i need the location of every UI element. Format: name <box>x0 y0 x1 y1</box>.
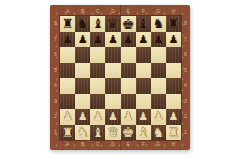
black-pawn-h7[interactable]: ♟ <box>169 33 179 44</box>
white-rook-a1[interactable]: ♜ <box>62 125 74 138</box>
square-f5[interactable] <box>136 63 151 79</box>
square-e3[interactable] <box>121 94 136 110</box>
square-c3[interactable] <box>90 94 105 110</box>
square-d3[interactable] <box>105 94 120 110</box>
black-pawn-b7[interactable]: ♟ <box>78 33 88 44</box>
rank-label-1: 1 <box>182 125 189 141</box>
file-labels-bottom: ABCDEFGH <box>60 140 181 148</box>
file-label-b: B <box>75 7 90 15</box>
square-d5[interactable] <box>105 63 120 79</box>
black-pawn-c7[interactable]: ♟ <box>93 33 103 44</box>
black-bishop-c8[interactable]: ♝ <box>92 17 104 30</box>
rank-label-2: 2 <box>182 109 189 125</box>
white-knight-g1[interactable]: ♞ <box>152 125 164 138</box>
square-h2[interactable]: ♟ <box>166 109 181 125</box>
file-label-h: H <box>166 7 181 15</box>
photo-background: ABCDEFGH ABCDEFGH 87654321 87654321 ♜♞♝♛… <box>0 0 238 159</box>
rank-label-5: 5 <box>182 63 189 79</box>
black-pawn-g7[interactable]: ♟ <box>153 33 163 44</box>
black-knight-g8[interactable]: ♞ <box>152 17 164 30</box>
square-d1[interactable]: ♛ <box>105 125 120 141</box>
rank-labels-left: 87654321 <box>52 16 59 140</box>
square-e6[interactable] <box>121 47 136 63</box>
square-e8[interactable]: ♚ <box>121 16 136 32</box>
square-c2[interactable]: ♟ <box>90 109 105 125</box>
square-f2[interactable]: ♟ <box>136 109 151 125</box>
file-label-e: E <box>121 7 136 15</box>
file-label-b: B <box>75 140 90 148</box>
square-g3[interactable] <box>151 94 166 110</box>
black-pawn-d7[interactable]: ♟ <box>108 33 118 44</box>
file-label-f: F <box>136 7 151 15</box>
square-b3[interactable] <box>75 94 90 110</box>
square-a2[interactable]: ♟ <box>60 109 75 125</box>
square-g8[interactable]: ♞ <box>151 16 166 32</box>
square-d4[interactable] <box>105 78 120 94</box>
rank-label-2: 2 <box>52 109 59 125</box>
white-bishop-f1[interactable]: ♝ <box>137 125 149 138</box>
square-e5[interactable] <box>121 63 136 79</box>
square-g1[interactable]: ♞ <box>151 125 166 141</box>
white-pawn-h2[interactable]: ♟ <box>169 111 179 122</box>
rank-label-1: 1 <box>52 125 59 141</box>
chess-board-squares: ♜♞♝♛♚♝♞♜♟♟♟♟♟♟♟♟♟♟♟♟♟♟♟♟♜♞♝♛♚♝♞♜ <box>60 16 181 140</box>
rank-label-8: 8 <box>182 16 189 32</box>
square-c5[interactable] <box>90 63 105 79</box>
rank-label-7: 7 <box>182 32 189 48</box>
square-f1[interactable]: ♝ <box>136 125 151 141</box>
black-queen-d8[interactable]: ♛ <box>107 17 119 30</box>
square-g6[interactable] <box>151 47 166 63</box>
chess-board-frame: ABCDEFGH ABCDEFGH 87654321 87654321 ♜♞♝♛… <box>50 5 190 150</box>
rank-label-5: 5 <box>52 63 59 79</box>
square-g2[interactable]: ♟ <box>151 109 166 125</box>
black-rook-h8[interactable]: ♜ <box>168 17 180 30</box>
square-f3[interactable] <box>136 94 151 110</box>
square-f6[interactable] <box>136 47 151 63</box>
rank-label-4: 4 <box>182 78 189 94</box>
black-king-e8[interactable]: ♚ <box>122 16 135 30</box>
file-label-c: C <box>90 7 105 15</box>
square-h1[interactable]: ♜ <box>166 125 181 141</box>
square-e2[interactable]: ♟ <box>121 109 136 125</box>
square-a1[interactable]: ♜ <box>60 125 75 141</box>
square-b4[interactable] <box>75 78 90 94</box>
square-b5[interactable] <box>75 63 90 79</box>
white-queen-d1[interactable]: ♛ <box>107 125 119 138</box>
white-bishop-c1[interactable]: ♝ <box>92 125 104 138</box>
square-a6[interactable] <box>60 47 75 63</box>
square-c8[interactable]: ♝ <box>90 16 105 32</box>
white-pawn-b2[interactable]: ♟ <box>78 111 88 122</box>
square-h3[interactable] <box>166 94 181 110</box>
file-label-e: E <box>121 140 136 148</box>
rank-label-6: 6 <box>182 47 189 63</box>
square-h7[interactable]: ♟ <box>166 32 181 48</box>
file-label-a: A <box>60 7 75 15</box>
square-a4[interactable] <box>60 78 75 94</box>
square-g5[interactable] <box>151 63 166 79</box>
square-e1[interactable]: ♚ <box>121 125 136 141</box>
rank-label-3: 3 <box>52 94 59 110</box>
square-b6[interactable] <box>75 47 90 63</box>
rank-label-8: 8 <box>52 16 59 32</box>
white-pawn-c2[interactable]: ♟ <box>93 111 103 122</box>
square-a5[interactable] <box>60 63 75 79</box>
square-g7[interactable]: ♟ <box>151 32 166 48</box>
white-king-e1[interactable]: ♚ <box>122 125 135 139</box>
square-b7[interactable]: ♟ <box>75 32 90 48</box>
black-bishop-f8[interactable]: ♝ <box>137 17 149 30</box>
square-g4[interactable] <box>151 78 166 94</box>
square-f8[interactable]: ♝ <box>136 16 151 32</box>
square-d8[interactable]: ♛ <box>105 16 120 32</box>
white-pawn-a2[interactable]: ♟ <box>63 111 73 122</box>
square-b2[interactable]: ♟ <box>75 109 90 125</box>
square-d2[interactable]: ♟ <box>105 109 120 125</box>
square-c6[interactable] <box>90 47 105 63</box>
file-label-h: H <box>166 140 181 148</box>
square-a8[interactable]: ♜ <box>60 16 75 32</box>
square-b1[interactable]: ♞ <box>75 125 90 141</box>
square-a7[interactable]: ♟ <box>60 32 75 48</box>
file-label-g: G <box>151 140 166 148</box>
file-labels-top: ABCDEFGH <box>60 7 181 15</box>
square-h6[interactable] <box>166 47 181 63</box>
black-pawn-a7[interactable]: ♟ <box>63 33 73 44</box>
file-label-a: A <box>60 140 75 148</box>
square-a3[interactable] <box>60 94 75 110</box>
file-label-d: D <box>105 7 120 15</box>
black-pawn-f7[interactable]: ♟ <box>138 33 148 44</box>
rank-label-4: 4 <box>52 78 59 94</box>
white-rook-h1[interactable]: ♜ <box>168 125 180 138</box>
file-label-g: G <box>151 7 166 15</box>
rank-label-3: 3 <box>182 94 189 110</box>
square-f4[interactable] <box>136 78 151 94</box>
file-label-d: D <box>105 140 120 148</box>
black-knight-b8[interactable]: ♞ <box>77 17 89 30</box>
black-pawn-e7[interactable]: ♟ <box>123 33 133 44</box>
white-pawn-e2[interactable]: ♟ <box>123 111 133 122</box>
square-c1[interactable]: ♝ <box>90 125 105 141</box>
square-d6[interactable] <box>105 47 120 63</box>
square-b8[interactable]: ♞ <box>75 16 90 32</box>
square-h8[interactable]: ♜ <box>166 16 181 32</box>
black-rook-a8[interactable]: ♜ <box>62 17 74 30</box>
file-label-f: F <box>136 140 151 148</box>
white-pawn-g2[interactable]: ♟ <box>153 111 163 122</box>
square-h5[interactable] <box>166 63 181 79</box>
square-e7[interactable]: ♟ <box>121 32 136 48</box>
square-h4[interactable] <box>166 78 181 94</box>
square-c4[interactable] <box>90 78 105 94</box>
square-e4[interactable] <box>121 78 136 94</box>
file-label-c: C <box>90 140 105 148</box>
rank-label-7: 7 <box>52 32 59 48</box>
white-pawn-d2[interactable]: ♟ <box>108 111 118 122</box>
rank-labels-right: 87654321 <box>182 16 189 140</box>
square-f7[interactable]: ♟ <box>136 32 151 48</box>
white-pawn-f2[interactable]: ♟ <box>138 111 148 122</box>
square-d7[interactable]: ♟ <box>105 32 120 48</box>
white-knight-b1[interactable]: ♞ <box>77 125 89 138</box>
rank-label-6: 6 <box>52 47 59 63</box>
square-c7[interactable]: ♟ <box>90 32 105 48</box>
